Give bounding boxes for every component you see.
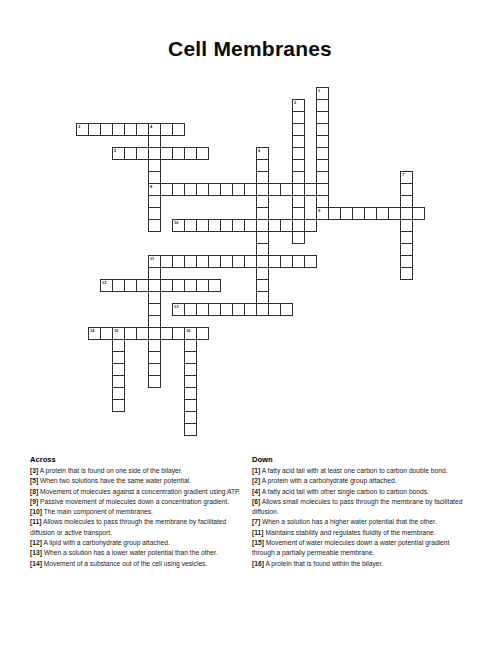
grid-cell-r26c3[interactable] xyxy=(112,399,125,412)
clue-number-label: 5 xyxy=(114,149,116,153)
clue-across-8: [8] Movement of molecules against a conc… xyxy=(30,487,249,497)
clue-number-text: [6] xyxy=(252,498,260,505)
clue-number-label: 4 xyxy=(150,125,152,129)
clue-number-text: [14] xyxy=(30,560,42,567)
grid-cell-r16c11[interactable] xyxy=(208,279,221,292)
grid-cell-r20c5[interactable] xyxy=(136,327,149,340)
clue-down-2: [2] A protein with a carbohydrate group … xyxy=(252,476,471,486)
grid-cell-r5c5[interactable] xyxy=(136,147,149,160)
clue-down-4: [4] A fatty acid tail with other single … xyxy=(252,487,471,497)
grid-cell-r14c14[interactable] xyxy=(244,255,257,268)
across-heading: Across xyxy=(30,455,249,465)
grid-cell-r15c27[interactable] xyxy=(400,267,413,280)
clue-across-13: [13] When a solution has a lower water p… xyxy=(30,548,249,558)
clue-number-text: [16] xyxy=(252,560,264,567)
grid-cell-r16c5[interactable] xyxy=(136,279,149,292)
clue-number-text: [8] xyxy=(30,488,38,495)
clue-number-label: 14 xyxy=(90,329,94,333)
clue-number-label: 15 xyxy=(114,329,118,333)
clue-down-16: [16] A protein that is found within the … xyxy=(252,559,471,569)
clue-number-label: 11 xyxy=(150,257,154,261)
grid-cell-r20c10[interactable] xyxy=(196,327,209,340)
puzzle-title: Cell Membranes xyxy=(0,37,500,61)
clues-across-section: Across [3] A protein that is found on on… xyxy=(30,455,249,569)
grid-cell-r14c19[interactable] xyxy=(304,255,317,268)
clue-down-1: [1] A fatty acid tail with at least one … xyxy=(252,466,471,476)
clue-number-text: [3] xyxy=(30,467,38,474)
clue-number-label: 6 xyxy=(258,149,260,153)
clue-across-9: [9] Passive movement of molecules down a… xyxy=(30,497,249,507)
clue-number-label: 2 xyxy=(294,101,296,105)
grid-cell-r24c6[interactable] xyxy=(148,375,161,388)
clue-across-5: [5] When two solutions have the same wat… xyxy=(30,476,249,486)
grid-cell-r5c10[interactable] xyxy=(196,147,209,160)
clue-number-text: [1] xyxy=(252,467,260,474)
grid-cell-r8c19[interactable] xyxy=(304,183,317,196)
clue-across-12: [12] A lipid with a carbohydrate group a… xyxy=(30,538,249,548)
clue-number-text: [7] xyxy=(252,518,260,525)
clue-number-label: 10 xyxy=(174,221,178,225)
clue-across-10: [10] The main component of membranes. xyxy=(30,507,249,517)
grid-cell-r8c17[interactable] xyxy=(280,183,293,196)
clue-number-text: [5] xyxy=(30,477,38,484)
clue-number-text: [4] xyxy=(252,488,260,495)
grid-cell-r12c18[interactable] xyxy=(292,231,305,244)
grid-cell-r11c17[interactable] xyxy=(280,219,293,232)
clue-number-text: [15] xyxy=(252,539,264,546)
clue-number-text: [10] xyxy=(30,508,42,515)
crossword-page: Cell Membranes 19234856710111213141516 A… xyxy=(0,0,500,647)
clues-down-section: Down [1] A fatty acid tail with at least… xyxy=(252,455,471,569)
clue-number-label: 7 xyxy=(402,173,404,177)
clue-number-text: [9] xyxy=(30,498,38,505)
clue-number-text: [13] xyxy=(30,549,42,556)
grid-cell-r10c26[interactable] xyxy=(388,207,401,220)
grid-cell-r8c14[interactable] xyxy=(244,183,257,196)
grid-cell-r18c17[interactable] xyxy=(280,303,293,316)
clues-down-list: [1] A fatty acid tail with at least one … xyxy=(252,466,471,569)
clue-number-text: [11] xyxy=(30,518,42,525)
clue-down-6: [6] Allows small molecules to pass throu… xyxy=(252,497,471,518)
grid-cell-r11c14[interactable] xyxy=(244,219,257,232)
grid-cell-r11c6[interactable] xyxy=(148,219,161,232)
clue-number-label: 12 xyxy=(102,281,106,285)
grid-cell-r18c14[interactable] xyxy=(244,303,257,316)
clue-number-label: 13 xyxy=(174,305,178,309)
crossword-grid: 19234856710111213141516 xyxy=(76,87,425,436)
grid-cell-r10c28[interactable] xyxy=(412,207,425,220)
down-heading: Down xyxy=(252,455,471,465)
clues-across-list: [3] A protein that is found on one side … xyxy=(30,466,249,569)
clue-number-label: 9 xyxy=(318,209,320,213)
clue-number-text: [11] xyxy=(252,529,264,536)
clue-number-text: [2] xyxy=(252,477,260,484)
grid-cell-r3c8[interactable] xyxy=(172,123,185,136)
grid-cell-r28c9[interactable] xyxy=(184,423,197,436)
clue-down-15: [15] Movement of water molecules down a … xyxy=(252,538,471,559)
clue-down-11: [11] Maintains stability and regulates f… xyxy=(252,528,471,538)
clue-number-label: 1 xyxy=(318,89,320,93)
clue-number-label: 8 xyxy=(150,185,152,189)
clue-number-label: 3 xyxy=(78,125,80,129)
clue-down-7: [7] When a solution has a higher water p… xyxy=(252,517,471,527)
clue-across-14: [14] Movement of a substance out of the … xyxy=(30,559,249,569)
clue-number-text: [12] xyxy=(30,539,42,546)
grid-cell-r11c19[interactable] xyxy=(304,219,317,232)
clue-across-3: [3] A protein that is found on one side … xyxy=(30,466,249,476)
clue-number-label: 16 xyxy=(186,329,190,333)
clue-across-11: [11] Allows molecules to pass through th… xyxy=(30,517,249,538)
